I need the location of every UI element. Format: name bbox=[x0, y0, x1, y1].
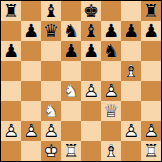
piece-black-pawn[interactable]: ♟ bbox=[81, 41, 101, 61]
white-piece-outline-layer: ♙ bbox=[141, 121, 161, 141]
square-f7[interactable]: ♟ bbox=[101, 21, 121, 41]
piece-black-pawn[interactable]: ♟ bbox=[1, 41, 21, 61]
piece-white-pawn[interactable]: ♟♙ bbox=[81, 81, 101, 101]
white-piece-outline-layer: ♙ bbox=[101, 81, 121, 101]
piece-black-pawn[interactable]: ♟ bbox=[21, 21, 41, 41]
square-g3[interactable] bbox=[121, 101, 141, 121]
white-piece-outline-layer: ♘ bbox=[41, 101, 61, 121]
piece-white-queen[interactable]: ♛♕ bbox=[101, 101, 121, 121]
piece-black-king[interactable]: ♚ bbox=[81, 1, 101, 21]
white-piece-outline-layer: ♔ bbox=[41, 141, 61, 161]
square-e1[interactable] bbox=[81, 141, 101, 161]
square-c6[interactable] bbox=[41, 41, 61, 61]
piece-white-bishop[interactable]: ♝♗ bbox=[101, 141, 121, 161]
white-piece-outline-layer: ♘ bbox=[61, 81, 81, 101]
square-g2[interactable]: ♟♙ bbox=[121, 121, 141, 141]
piece-black-pawn[interactable]: ♟ bbox=[61, 41, 81, 61]
square-e3[interactable] bbox=[81, 101, 101, 121]
square-c1[interactable]: ♚♔ bbox=[41, 141, 61, 161]
square-e5[interactable] bbox=[81, 61, 101, 81]
square-b4[interactable] bbox=[21, 81, 41, 101]
piece-black-pawn[interactable]: ♟ bbox=[141, 21, 161, 41]
square-a8[interactable]: ♜ bbox=[1, 1, 21, 21]
piece-black-knight[interactable]: ♞ bbox=[61, 21, 81, 41]
white-piece-outline-layer: ♙ bbox=[121, 121, 141, 141]
square-g8[interactable] bbox=[121, 1, 141, 21]
white-piece-outline-layer: ♙ bbox=[41, 121, 61, 141]
square-g5[interactable]: ♝♗ bbox=[121, 61, 141, 81]
piece-white-rook[interactable]: ♜♖ bbox=[61, 141, 81, 161]
white-piece-outline-layer: ♖ bbox=[141, 141, 161, 161]
board-frame: ♜♝♚♜♟♛♞♝♟♟♟♟♟♟♞♝♗♞♘♟♙♟♙♞♘♛♕♟♙♟♙♟♙♟♙♟♙♚♔♜… bbox=[0, 0, 162, 162]
white-piece-outline-layer: ♙ bbox=[1, 121, 21, 141]
square-b8[interactable] bbox=[21, 1, 41, 21]
square-e2[interactable] bbox=[81, 121, 101, 141]
square-f2[interactable] bbox=[101, 121, 121, 141]
piece-black-bishop[interactable]: ♝ bbox=[41, 1, 61, 21]
square-g6[interactable] bbox=[121, 41, 141, 61]
piece-black-pawn[interactable]: ♟ bbox=[101, 21, 121, 41]
piece-black-rook[interactable]: ♜ bbox=[141, 1, 161, 21]
square-d7[interactable]: ♞ bbox=[61, 21, 81, 41]
piece-white-pawn[interactable]: ♟♙ bbox=[41, 121, 61, 141]
square-h8[interactable]: ♜ bbox=[141, 1, 161, 21]
square-f3[interactable]: ♛♕ bbox=[101, 101, 121, 121]
white-piece-outline-layer: ♙ bbox=[21, 121, 41, 141]
square-d1[interactable]: ♜♖ bbox=[61, 141, 81, 161]
square-g7[interactable]: ♟ bbox=[121, 21, 141, 41]
piece-white-pawn[interactable]: ♟♙ bbox=[21, 121, 41, 141]
piece-white-king[interactable]: ♚♔ bbox=[41, 141, 61, 161]
square-c7[interactable]: ♛ bbox=[41, 21, 61, 41]
piece-black-pawn[interactable]: ♟ bbox=[121, 21, 141, 41]
square-d3[interactable] bbox=[61, 101, 81, 121]
white-piece-outline-layer: ♗ bbox=[121, 61, 141, 81]
piece-white-knight[interactable]: ♞♘ bbox=[61, 81, 81, 101]
square-h5[interactable] bbox=[141, 61, 161, 81]
square-h3[interactable] bbox=[141, 101, 161, 121]
square-g1[interactable] bbox=[121, 141, 141, 161]
square-b5[interactable] bbox=[21, 61, 41, 81]
square-d2[interactable] bbox=[61, 121, 81, 141]
piece-black-knight[interactable]: ♞ bbox=[101, 41, 121, 61]
square-f4[interactable]: ♟♙ bbox=[101, 81, 121, 101]
white-piece-outline-layer: ♖ bbox=[61, 141, 81, 161]
piece-white-rook[interactable]: ♜♖ bbox=[141, 141, 161, 161]
piece-white-pawn[interactable]: ♟♙ bbox=[121, 121, 141, 141]
square-d8[interactable] bbox=[61, 1, 81, 21]
piece-white-pawn[interactable]: ♟♙ bbox=[1, 121, 21, 141]
square-a4[interactable] bbox=[1, 81, 21, 101]
white-piece-outline-layer: ♙ bbox=[81, 81, 101, 101]
piece-white-bishop[interactable]: ♝♗ bbox=[121, 61, 141, 81]
square-a2[interactable]: ♟♙ bbox=[1, 121, 21, 141]
white-piece-outline-layer: ♕ bbox=[101, 101, 121, 121]
square-a3[interactable] bbox=[1, 101, 21, 121]
square-h1[interactable]: ♜♖ bbox=[141, 141, 161, 161]
square-f8[interactable] bbox=[101, 1, 121, 21]
square-d5[interactable] bbox=[61, 61, 81, 81]
square-b2[interactable]: ♟♙ bbox=[21, 121, 41, 141]
square-b6[interactable] bbox=[21, 41, 41, 61]
square-a6[interactable]: ♟ bbox=[1, 41, 21, 61]
square-e4[interactable]: ♟♙ bbox=[81, 81, 101, 101]
piece-black-bishop[interactable]: ♝ bbox=[81, 21, 101, 41]
piece-black-rook[interactable]: ♜ bbox=[1, 1, 21, 21]
square-b7[interactable]: ♟ bbox=[21, 21, 41, 41]
chess-board: ♜♝♚♜♟♛♞♝♟♟♟♟♟♟♞♝♗♞♘♟♙♟♙♞♘♛♕♟♙♟♙♟♙♟♙♟♙♚♔♜… bbox=[1, 1, 161, 161]
square-f1[interactable]: ♝♗ bbox=[101, 141, 121, 161]
square-d6[interactable]: ♟ bbox=[61, 41, 81, 61]
square-h6[interactable] bbox=[141, 41, 161, 61]
square-h4[interactable] bbox=[141, 81, 161, 101]
square-b3[interactable] bbox=[21, 101, 41, 121]
piece-white-pawn[interactable]: ♟♙ bbox=[141, 121, 161, 141]
square-e6[interactable]: ♟ bbox=[81, 41, 101, 61]
square-f6[interactable]: ♞ bbox=[101, 41, 121, 61]
square-a1[interactable] bbox=[1, 141, 21, 161]
piece-white-knight[interactable]: ♞♘ bbox=[41, 101, 61, 121]
square-e7[interactable]: ♝ bbox=[81, 21, 101, 41]
piece-black-queen[interactable]: ♛ bbox=[41, 21, 61, 41]
square-g4[interactable] bbox=[121, 81, 141, 101]
square-d4[interactable]: ♞♘ bbox=[61, 81, 81, 101]
square-e8[interactable]: ♚ bbox=[81, 1, 101, 21]
square-h7[interactable]: ♟ bbox=[141, 21, 161, 41]
square-c5[interactable] bbox=[41, 61, 61, 81]
square-f5[interactable] bbox=[101, 61, 121, 81]
piece-white-pawn[interactable]: ♟♙ bbox=[101, 81, 121, 101]
square-c2[interactable]: ♟♙ bbox=[41, 121, 61, 141]
square-c4[interactable] bbox=[41, 81, 61, 101]
square-a7[interactable] bbox=[1, 21, 21, 41]
square-c8[interactable]: ♝ bbox=[41, 1, 61, 21]
square-a5[interactable] bbox=[1, 61, 21, 81]
white-piece-outline-layer: ♗ bbox=[101, 141, 121, 161]
square-b1[interactable] bbox=[21, 141, 41, 161]
square-h2[interactable]: ♟♙ bbox=[141, 121, 161, 141]
square-c3[interactable]: ♞♘ bbox=[41, 101, 61, 121]
